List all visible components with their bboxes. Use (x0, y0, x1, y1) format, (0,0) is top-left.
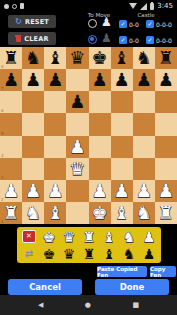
square-f8[interactable]: ♝ (111, 47, 133, 69)
square-g3[interactable] (133, 158, 155, 180)
paste-fen-button[interactable]: Paste Copied Fen (97, 266, 147, 277)
square-h2[interactable]: ♟ (155, 180, 177, 202)
palette-black-bishop[interactable]: ♝ (103, 247, 116, 261)
square-b6[interactable] (22, 91, 44, 113)
record-icon (4, 4, 9, 9)
black-bishop: ♝ (114, 49, 130, 67)
square-f5[interactable] (111, 113, 133, 135)
white-kingside-label: 0-0 (129, 21, 139, 28)
reset-button[interactable]: ↻ RESET (8, 15, 56, 28)
square-g7[interactable]: ♟ (133, 69, 155, 91)
square-e6[interactable] (89, 91, 111, 113)
reset-label: RESET (25, 18, 49, 26)
white-pawn: ♟ (3, 182, 19, 200)
square-h8[interactable]: ♜ (155, 47, 177, 69)
square-e8[interactable]: ♚ (89, 47, 111, 69)
trash-icon (15, 35, 21, 42)
white-pawn: ♟ (47, 182, 63, 200)
black-to-move-radio[interactable] (88, 35, 97, 44)
square-b3[interactable] (22, 158, 44, 180)
square-b8[interactable]: ♞ (22, 47, 44, 69)
white-queenside-checkbox[interactable]: ✓ (146, 20, 154, 28)
white-pawn: ♟ (69, 138, 85, 156)
black-pawn: ♟ (114, 71, 130, 89)
white-knight: ♞ (25, 204, 41, 222)
square-a8[interactable]: 8♜ (0, 47, 22, 69)
palette-black-queen[interactable]: ♛ (63, 247, 76, 261)
back-icon[interactable]: ◀ (38, 302, 43, 309)
square-f4[interactable] (111, 136, 133, 158)
square-c8[interactable]: ♝ (44, 47, 66, 69)
square-f1[interactable]: ♝ (111, 202, 133, 224)
signal-icon (140, 3, 147, 10)
white-knight: ♞ (136, 204, 152, 222)
square-e3[interactable] (89, 158, 111, 180)
delete-tool-button[interactable]: ✕ (22, 230, 36, 243)
square-e4[interactable] (89, 136, 111, 158)
white-pawn: ♟ (158, 182, 174, 200)
black-queenside-label: 0-0-0 (156, 37, 172, 44)
square-b2[interactable]: ♟ (22, 180, 44, 202)
square-d5[interactable] (66, 113, 88, 135)
square-e5[interactable] (89, 113, 111, 135)
square-g6[interactable] (133, 91, 155, 113)
square-d3[interactable]: ♛ (66, 158, 88, 180)
black-kingside-label: 0-0 (129, 37, 139, 44)
square-h3[interactable] (155, 158, 177, 180)
white-bishop: ♝ (47, 204, 63, 222)
white-bishop: ♝ (114, 204, 130, 222)
palette-black-pawn[interactable]: ♟ (143, 247, 156, 261)
white-pawn: ♟ (136, 182, 152, 200)
white-rook: ♜ (158, 204, 174, 222)
black-kingside-checkbox[interactable]: ✓ (119, 36, 127, 44)
palette-white-bishop[interactable]: ♝ (103, 230, 116, 244)
palette-black-rook[interactable]: ♜ (83, 247, 96, 261)
black-pawn: ♟ (3, 71, 19, 89)
sim-icon (20, 3, 24, 9)
black-queenside-checkbox[interactable]: ✓ (146, 36, 154, 44)
home-icon[interactable]: ● (85, 302, 91, 309)
wifi-icon (129, 3, 137, 9)
black-bishop: ♝ (47, 49, 63, 67)
square-b1[interactable]: ♞ (22, 202, 44, 224)
square-h1[interactable]: ♜ (155, 202, 177, 224)
square-d8[interactable]: ♛ (66, 47, 88, 69)
square-d4[interactable]: ♟ (66, 136, 88, 158)
square-f7[interactable]: ♟ (111, 69, 133, 91)
palette-black-knight[interactable]: ♞ (123, 247, 136, 261)
white-queen: ♛ (69, 160, 85, 178)
black-pawn: ♟ (136, 71, 152, 89)
palette-white-queen[interactable]: ♛ (63, 230, 76, 244)
palette-white-knight[interactable]: ♞ (123, 230, 136, 244)
square-d7[interactable] (66, 69, 88, 91)
square-c7[interactable]: ♟ (44, 69, 66, 91)
square-g8[interactable]: ♞ (133, 47, 155, 69)
white-pawn-icon: ♟ (101, 16, 112, 28)
square-a7[interactable]: 7♟ (0, 69, 22, 91)
black-pawn: ♟ (91, 71, 107, 89)
square-a2[interactable]: 2♟ (0, 180, 22, 202)
black-knight: ♞ (136, 49, 152, 67)
black-pawn-icon: ♟ (101, 32, 112, 44)
square-g5[interactable] (133, 113, 155, 135)
cancel-button[interactable]: Cancel (8, 279, 82, 295)
black-king: ♚ (91, 49, 107, 67)
square-d6[interactable]: ♟ (66, 91, 88, 113)
black-pawn: ♟ (47, 71, 63, 89)
square-a5[interactable]: 5 (0, 113, 22, 135)
white-to-move-radio[interactable] (88, 19, 97, 28)
square-b7[interactable]: ♟ (22, 69, 44, 91)
square-f2[interactable]: ♟ (111, 180, 133, 202)
chess-editor-screen: 3:45 ↻ RESET CLEAR To Move ♟ ♟ Castle ✓ … (0, 0, 177, 315)
black-queen: ♛ (69, 49, 85, 67)
square-a3[interactable]: 3 (0, 158, 22, 180)
black-pawn: ♟ (69, 93, 85, 111)
square-e2[interactable]: ♟ (89, 180, 111, 202)
square-g2[interactable]: ♟ (133, 180, 155, 202)
android-nav-bar: ◀ ● ■ (0, 295, 177, 315)
square-c5[interactable] (44, 113, 66, 135)
black-knight: ♞ (25, 49, 41, 67)
square-h6[interactable] (155, 91, 177, 113)
square-c3[interactable] (44, 158, 66, 180)
clock-text: 3:45 (157, 2, 173, 10)
square-c1[interactable]: ♝ (44, 202, 66, 224)
square-h7[interactable]: ♟ (155, 69, 177, 91)
square-d1[interactable] (66, 202, 88, 224)
square-d2[interactable] (66, 180, 88, 202)
black-pawn: ♟ (25, 71, 41, 89)
square-a6[interactable]: 6 (0, 91, 22, 113)
castle-label: Castle (131, 12, 161, 18)
black-pawn: ♟ (158, 71, 174, 89)
palette-white-king[interactable]: ♚ (43, 230, 56, 244)
rank-label: 1 (1, 220, 4, 224)
recents-icon[interactable]: ■ (132, 302, 139, 309)
square-g4[interactable] (133, 136, 155, 158)
white-kingside-checkbox[interactable]: ✓ (119, 20, 127, 28)
black-rook: ♜ (3, 49, 19, 67)
square-f3[interactable] (111, 158, 133, 180)
square-e1[interactable]: ♚ (89, 202, 111, 224)
clear-button[interactable]: CLEAR (8, 32, 56, 45)
square-g1[interactable]: ♞ (133, 202, 155, 224)
white-pawn: ♟ (25, 182, 41, 200)
battery-icon (150, 3, 154, 10)
square-b4[interactable] (22, 136, 44, 158)
white-king: ♚ (91, 204, 107, 222)
square-f6[interactable] (111, 91, 133, 113)
square-c4[interactable] (44, 136, 66, 158)
done-button[interactable]: Done (95, 279, 169, 295)
square-h4[interactable] (155, 136, 177, 158)
white-rook: ♜ (3, 204, 19, 222)
white-pawn: ♟ (114, 182, 130, 200)
clear-label: CLEAR (24, 35, 48, 43)
square-c6[interactable] (44, 91, 66, 113)
square-a4[interactable]: 4 (0, 136, 22, 158)
circle-icon (12, 4, 17, 9)
copy-fen-button[interactable]: Copy Fen (150, 266, 176, 277)
status-bar: 3:45 (0, 0, 177, 12)
white-pawn: ♟ (91, 182, 107, 200)
white-queenside-label: 0-0-0 (156, 21, 172, 28)
reset-icon: ↻ (15, 18, 22, 26)
piece-palette: ✕♚♛♜♝♞♟⇄♚♛♜♝♞♟ (17, 227, 161, 263)
square-a1[interactable]: 1♜ (0, 202, 22, 224)
palette-white-rook[interactable]: ♜ (83, 230, 96, 244)
square-e7[interactable]: ♟ (89, 69, 111, 91)
black-rook: ♜ (158, 49, 174, 67)
square-c2[interactable]: ♟ (44, 180, 66, 202)
square-b5[interactable] (22, 113, 44, 135)
palette-black-king[interactable]: ♚ (43, 247, 56, 261)
swap-colors-icon[interactable]: ⇄ (25, 249, 33, 259)
chess-board: 8♜♞♝♛♚♝♞♜7♟♟♟♟♟♟♟6♟54♟3♛2♟♟♟♟♟♟♟1♜♞♝♚♝♞♜ (0, 47, 177, 224)
square-h5[interactable] (155, 113, 177, 135)
palette-white-pawn[interactable]: ♟ (143, 230, 156, 244)
